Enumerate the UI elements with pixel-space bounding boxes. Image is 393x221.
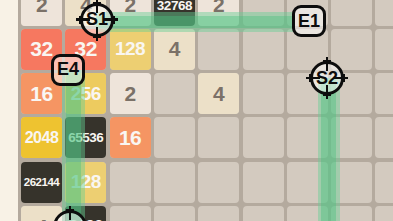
crosshair-tick-icon: [343, 74, 346, 82]
empty-cell: [243, 206, 284, 221]
empty-cell: [110, 206, 151, 221]
empty-cell: [243, 29, 284, 70]
swipe-end-marker-e1: E1: [292, 5, 326, 37]
tile-2: 2: [110, 73, 151, 114]
tile-2: 2: [21, 0, 62, 26]
tile-2048: 2048: [21, 117, 62, 158]
crosshair-tick-icon: [309, 74, 312, 82]
swipe-start-marker-s1: S1: [80, 3, 114, 37]
empty-cell: [154, 117, 195, 158]
swipe-path-s1-e1-core: [96, 16, 293, 28]
crosshair-tick-icon: [323, 60, 331, 63]
crosshair-tick-icon: [93, 35, 101, 38]
crosshair-tick-icon: [334, 77, 348, 80]
empty-cell: [243, 117, 284, 158]
marker-label: E4: [57, 59, 79, 80]
crosshair-tick-icon: [79, 16, 82, 24]
empty-cell: [154, 73, 195, 114]
marker-label: E1: [298, 11, 320, 32]
empty-cell: [198, 29, 239, 70]
empty-cell: [375, 206, 393, 221]
tile-4: 4: [198, 73, 239, 114]
game-screen[interactable]: 2423276823232128416256242048655361626214…: [0, 0, 393, 221]
empty-cell: [243, 162, 284, 203]
swipe-start-marker-s2: S2: [310, 61, 344, 95]
swipe-path-s2-vertical-core: [321, 78, 336, 221]
tile-4: 4: [154, 29, 195, 70]
empty-cell: [375, 73, 393, 114]
crosshair-tick-icon: [323, 94, 331, 97]
empty-cell: [375, 29, 393, 70]
empty-cell: [198, 117, 239, 158]
tile-262144: 262144: [21, 162, 62, 203]
tile-128: 128: [110, 29, 151, 70]
empty-cell: [198, 162, 239, 203]
empty-cell: [375, 162, 393, 203]
empty-cell: [375, 117, 393, 158]
empty-cell: [154, 206, 195, 221]
crosshair-tick-icon: [104, 18, 118, 21]
empty-cell: [154, 162, 195, 203]
crosshair-tick-icon: [113, 16, 116, 24]
empty-cell: [375, 0, 393, 26]
empty-cell: [110, 162, 151, 203]
swipe-path-e4-vertical-core: [66, 70, 81, 221]
crosshair-tick-icon: [326, 85, 329, 99]
crosshair-tick-icon: [66, 209, 74, 212]
crosshair-tick-icon: [93, 2, 101, 5]
empty-cell: [198, 206, 239, 221]
empty-cell: [331, 0, 372, 26]
empty-cell: [243, 73, 284, 114]
swipe-end-marker-e4: E4: [51, 54, 85, 86]
tile-16: 16: [110, 117, 151, 158]
crosshair-tick-icon: [96, 27, 99, 41]
